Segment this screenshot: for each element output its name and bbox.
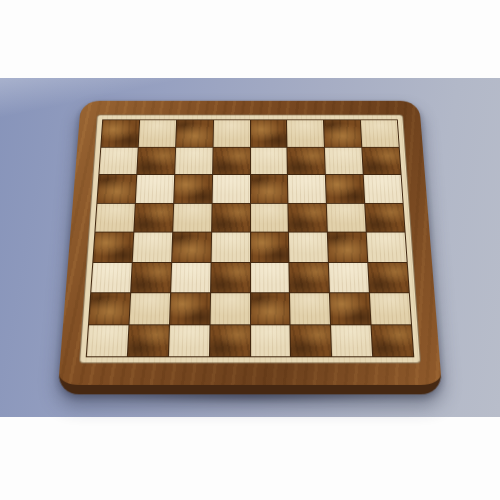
chessboard [57, 101, 442, 395]
board-square[interactable] [172, 233, 211, 262]
board-square[interactable] [210, 325, 250, 356]
board-square[interactable] [325, 147, 363, 174]
board-square[interactable] [368, 262, 408, 292]
board-square[interactable] [89, 293, 130, 324]
board-square[interactable] [91, 262, 131, 292]
board-square[interactable] [128, 325, 169, 356]
board-square[interactable] [326, 175, 364, 203]
board-square[interactable] [93, 233, 133, 262]
board-square[interactable] [131, 262, 171, 292]
board-square[interactable] [288, 175, 326, 203]
board-square[interactable] [372, 325, 414, 356]
white-band-bottom [0, 417, 500, 500]
board-square[interactable] [250, 233, 288, 262]
board-square[interactable] [327, 203, 366, 231]
board-square[interactable] [170, 293, 210, 324]
board-square[interactable] [329, 262, 369, 292]
board-square[interactable] [324, 120, 361, 146]
board-square[interactable] [95, 203, 134, 231]
board-square[interactable] [134, 203, 173, 231]
board-square[interactable] [364, 175, 403, 203]
photo-canvas [0, 0, 500, 500]
board-square[interactable] [290, 262, 329, 292]
board-frame [57, 101, 442, 395]
board-square[interactable] [133, 233, 172, 262]
board-square[interactable] [328, 233, 367, 262]
board-square[interactable] [287, 120, 324, 146]
board-square[interactable] [174, 175, 212, 203]
white-band-top [0, 0, 500, 78]
board-square[interactable] [173, 203, 211, 231]
board-square[interactable] [137, 147, 175, 174]
board-square[interactable] [212, 175, 249, 203]
maple-border-strip [79, 115, 421, 364]
board-square[interactable] [176, 120, 213, 146]
board-square[interactable] [330, 293, 370, 324]
board-square[interactable] [175, 147, 212, 174]
board-square[interactable] [101, 120, 139, 146]
board-square[interactable] [250, 175, 287, 203]
board-square[interactable] [367, 233, 407, 262]
board-square[interactable] [171, 262, 210, 292]
board-square[interactable] [251, 262, 290, 292]
board-square[interactable] [289, 203, 327, 231]
board-square[interactable] [129, 293, 169, 324]
board-square[interactable] [99, 147, 137, 174]
board-square[interactable] [289, 233, 328, 262]
board-square[interactable] [212, 203, 250, 231]
board-square[interactable] [97, 175, 136, 203]
board-square[interactable] [288, 147, 325, 174]
board-square[interactable] [213, 147, 250, 174]
board-square[interactable] [290, 293, 330, 324]
board-square[interactable] [365, 203, 404, 231]
board-square[interactable] [291, 325, 331, 356]
board-square[interactable] [211, 262, 250, 292]
board-square[interactable] [331, 325, 372, 356]
board-square[interactable] [370, 293, 411, 324]
board-square[interactable] [211, 233, 249, 262]
board-square[interactable] [361, 120, 399, 146]
board-square[interactable] [213, 120, 249, 146]
board-square[interactable] [210, 293, 249, 324]
board-square[interactable] [250, 147, 287, 174]
board-square[interactable] [139, 120, 176, 146]
board-square[interactable] [250, 203, 288, 231]
board-grid [86, 119, 415, 357]
board-square[interactable] [87, 325, 129, 356]
board-square[interactable] [169, 325, 209, 356]
board-square[interactable] [362, 147, 400, 174]
board-square[interactable] [250, 120, 286, 146]
board-square[interactable] [251, 325, 291, 356]
board-square[interactable] [136, 175, 174, 203]
board-square[interactable] [251, 293, 290, 324]
